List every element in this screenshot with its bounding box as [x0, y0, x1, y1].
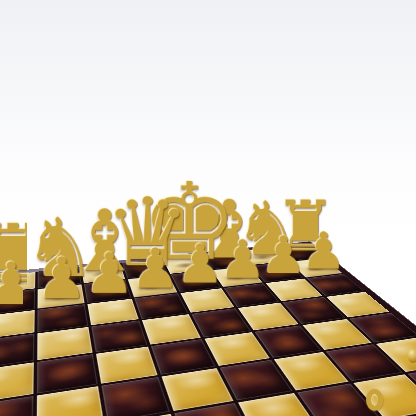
piece-pawn-d7[interactable]: ♟ — [131, 244, 180, 295]
square-b4[interactable] — [37, 354, 97, 393]
square-b6[interactable] — [38, 304, 88, 332]
piece-pawn-f7[interactable]: ♟ — [219, 235, 266, 284]
piece-pawn-e7[interactable]: ♟ — [176, 239, 224, 289]
square-d5[interactable] — [142, 314, 200, 344]
square-c5[interactable] — [91, 321, 147, 352]
square-c7[interactable]: ♟ — [84, 280, 132, 303]
square-a7[interactable]: ♟ — [0, 290, 35, 315]
square-d4[interactable] — [151, 339, 215, 375]
square-e3[interactable] — [219, 360, 292, 401]
square-b7[interactable]: ♟ — [38, 285, 84, 309]
board: ♜♞♝♛♚♝♞♜♟♟♟♟♟♟♟♟ — [0, 244, 416, 416]
chess-set-photo: ♜♞♝♛♚♝♞♜♟♟♟♟♟♟♟♟ — [0, 0, 416, 416]
square-c4[interactable] — [96, 346, 158, 383]
piece-pawn-c7[interactable]: ♟ — [84, 248, 134, 300]
piece-pawn-b7[interactable]: ♟ — [36, 253, 87, 306]
case-latch-ring — [366, 389, 383, 411]
case-latch-knob — [408, 348, 416, 363]
square-h4[interactable] — [349, 313, 416, 343]
square-d7[interactable]: ♟ — [128, 275, 177, 297]
piece-pawn-g7[interactable]: ♟ — [260, 232, 307, 280]
square-a4[interactable] — [0, 362, 34, 403]
piece-pawn-h7[interactable]: ♟ — [300, 228, 346, 275]
board-frame: ♜♞♝♛♚♝♞♜♟♟♟♟♟♟♟♟ — [0, 242, 416, 416]
square-e4[interactable] — [204, 332, 270, 366]
square-g2[interactable] — [354, 375, 416, 416]
square-c3[interactable] — [101, 377, 170, 416]
piece-pawn-a7[interactable]: ♟ — [0, 257, 37, 311]
square-a3[interactable] — [0, 396, 34, 416]
